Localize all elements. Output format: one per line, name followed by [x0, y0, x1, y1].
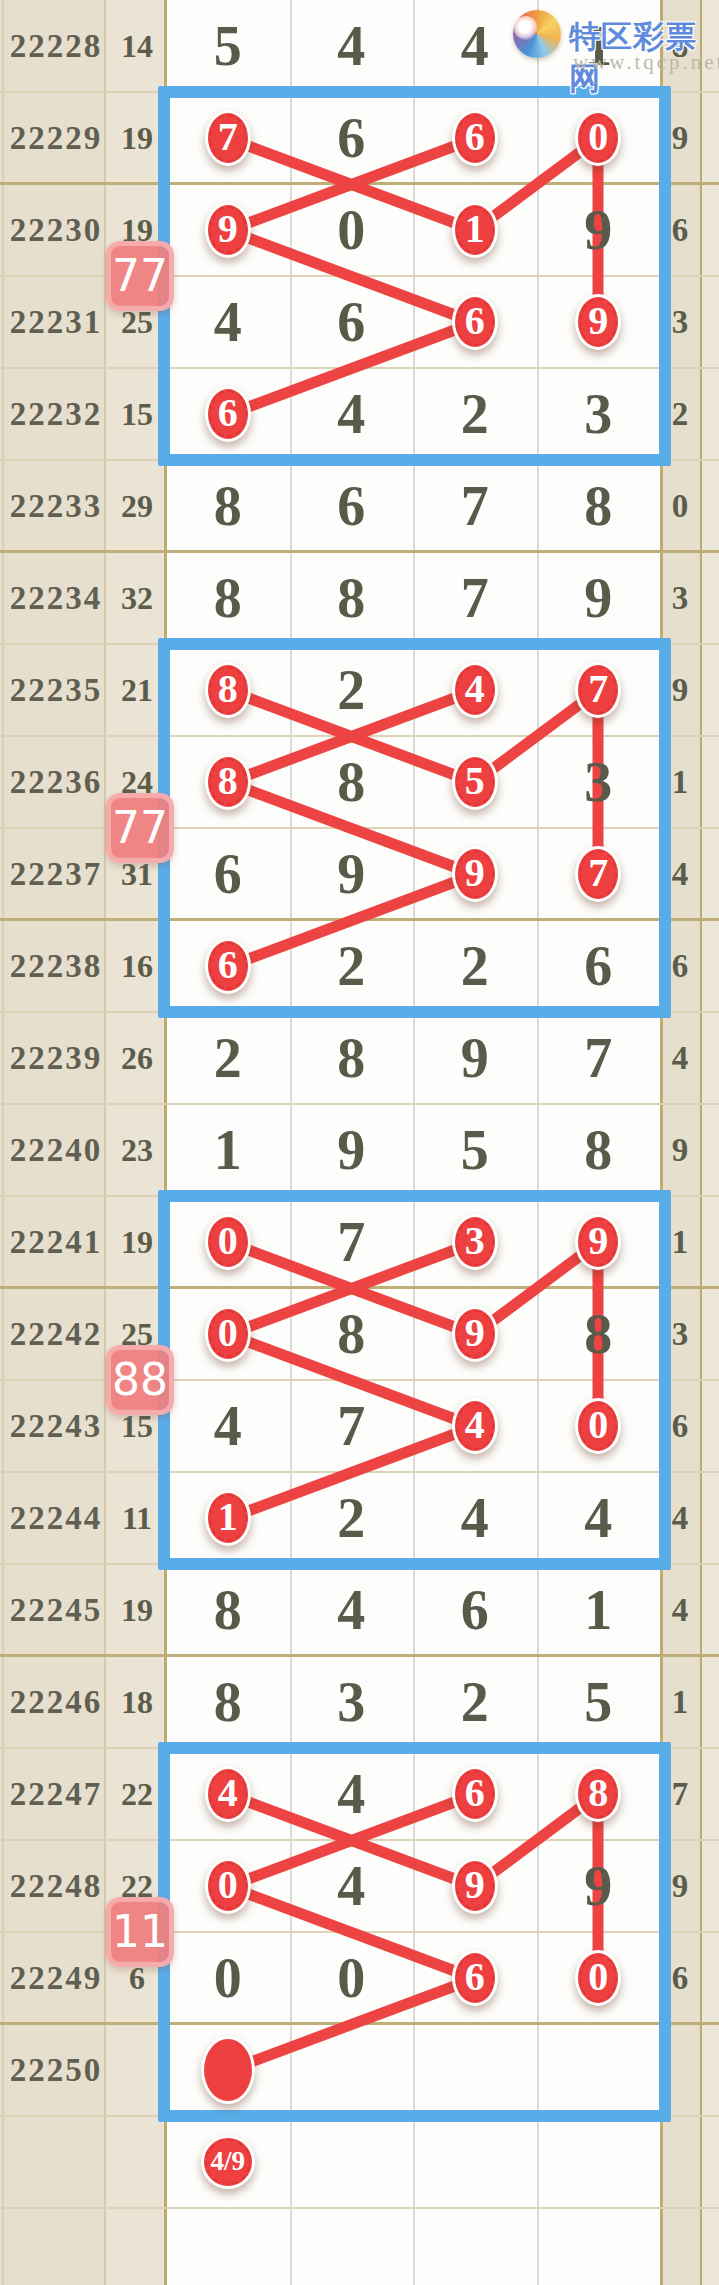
pair-badge-1: 77: [106, 241, 174, 311]
pair-badge-2: 77: [106, 793, 174, 863]
circled-digit: 0: [218, 1865, 238, 1905]
period-label: 22240: [10, 1134, 103, 1167]
drawn-number-circle: 0: [205, 1858, 251, 1914]
circled-digit: 0: [588, 1405, 608, 1445]
drawn-number-circle: 0: [205, 1306, 251, 1362]
grid-digit: 4: [584, 1490, 612, 1546]
grid-digit: 8: [337, 1306, 365, 1362]
grid-digit: 6: [584, 938, 612, 994]
circled-digit: 6: [218, 945, 238, 985]
grid-digit: 9: [337, 1122, 365, 1178]
grid-digit: 8: [214, 1674, 242, 1730]
circled-digit: 4: [465, 1405, 485, 1445]
period-label: 22241: [10, 1226, 103, 1259]
period-label: 22232: [10, 398, 103, 431]
grid-digit: 2: [337, 938, 365, 994]
tail-digit: 4: [672, 1502, 689, 1535]
drawn-number-circle: 9: [452, 1306, 498, 1362]
period-label: 22244: [10, 1502, 103, 1535]
grid-digit: 5: [461, 1122, 489, 1178]
period-label: 22243: [10, 1410, 103, 1443]
circled-digit: 9: [465, 1313, 485, 1353]
period-label: 22248: [10, 1870, 103, 1903]
sum-value: 22: [121, 1778, 153, 1810]
grid-digit: 7: [337, 1214, 365, 1270]
drawn-number-circle: 6: [205, 386, 251, 442]
grid-digit: 9: [461, 1030, 489, 1086]
drawn-number-circle: 4: [205, 1766, 251, 1822]
pair-badge-label: 11: [112, 1910, 168, 1954]
sum-value: 29: [121, 490, 153, 522]
sum-value: 32: [121, 582, 153, 614]
site-logo-icon-core: [514, 16, 538, 40]
sum-value: 6: [129, 1962, 145, 1994]
grid-digit: 1: [584, 1582, 612, 1638]
tail-digit: 6: [672, 950, 689, 983]
sum-value: 15: [121, 1410, 153, 1442]
sum-value: 26: [121, 1042, 153, 1074]
drawn-number-circle: 6: [452, 1766, 498, 1822]
circled-digit: 4: [218, 1773, 238, 1813]
sum-value: 23: [121, 1134, 153, 1166]
tail-digit: 9: [672, 1134, 689, 1167]
period-label: 22245: [10, 1594, 103, 1627]
grid-digit: 4: [214, 294, 242, 350]
period-label: 22239: [10, 1042, 103, 1075]
circled-digit: 0: [588, 1957, 608, 1997]
circled-digit: 9: [465, 853, 485, 893]
circled-digit: 1: [218, 1497, 238, 1537]
circled-digit: 6: [465, 117, 485, 157]
drawn-number-circle: 0: [575, 1950, 621, 2006]
sum-value: 19: [121, 1226, 153, 1258]
sum-value: 19: [121, 1594, 153, 1626]
grid-digit: 8: [337, 1030, 365, 1086]
trend-chart: 2222814854412222919976602223019690192223…: [0, 0, 719, 2285]
tail-digit: 4: [672, 1594, 689, 1627]
pair-badge-label: 77: [112, 254, 168, 298]
pair-badge-4: 11: [106, 1897, 174, 1967]
grid-digit: 2: [461, 386, 489, 442]
drawn-number-circle: 8: [205, 662, 251, 718]
sum-value: 31: [121, 858, 153, 890]
circled-digit: 0: [218, 1313, 238, 1353]
circled-digit: 9: [588, 1221, 608, 1261]
drawn-number-circle: 6: [452, 294, 498, 350]
grid-digit: 7: [461, 478, 489, 534]
drawn-number-circle: 6: [205, 938, 251, 994]
circled-digit: 6: [218, 393, 238, 433]
sum-value: 24: [121, 766, 153, 798]
circled-digit: 9: [588, 301, 608, 341]
period-label: 22229: [10, 122, 103, 155]
period-label: 22233: [10, 490, 103, 523]
grid-digit: 5: [214, 18, 242, 74]
drawn-number-circle: 1: [205, 1490, 251, 1546]
circled-digit: 1: [465, 209, 485, 249]
sum-value: 25: [121, 1318, 153, 1350]
grid-digit: 8: [584, 478, 612, 534]
grid-digit: 9: [584, 570, 612, 626]
grid-digit: 7: [584, 1030, 612, 1086]
sum-value: 19: [121, 214, 153, 246]
circled-digit: 7: [218, 117, 238, 157]
grid-digit: 2: [461, 1674, 489, 1730]
grid-digit: 8: [584, 1122, 612, 1178]
grid-digit: 8: [337, 754, 365, 810]
drawn-number-circle: 9: [575, 294, 621, 350]
circled-digit: 8: [218, 761, 238, 801]
grid-digit: 9: [337, 846, 365, 902]
tail-digit: 0: [672, 490, 689, 523]
drawn-number-circle: 9: [575, 1214, 621, 1270]
grid-digit: 5: [584, 1674, 612, 1730]
circled-digit: 4: [465, 669, 485, 709]
grid-digit: 7: [337, 1398, 365, 1454]
right-margin-background: [700, 0, 719, 2285]
grid-digit: 9: [584, 202, 612, 258]
pair-badge-label: 77: [112, 806, 168, 850]
sum-value: 16: [121, 950, 153, 982]
fraction-mark: 4/9: [201, 2135, 255, 2189]
tail-digit: 1: [672, 1686, 689, 1719]
drawn-number-circle: 4: [452, 1398, 498, 1454]
sum-value: 14: [121, 30, 153, 62]
grid-digit: 6: [337, 294, 365, 350]
drawn-number-circle: 0: [575, 110, 621, 166]
grid-digit: 4: [461, 1490, 489, 1546]
grid-digit: 4: [337, 18, 365, 74]
drawn-number-circle: 8: [575, 1766, 621, 1822]
grid-digit: 9: [584, 1858, 612, 1914]
period-label: 22250: [10, 2054, 103, 2087]
tail-digit: 9: [672, 674, 689, 707]
tail-digit: 6: [672, 1410, 689, 1443]
circled-digit: 8: [218, 669, 238, 709]
grid-digit: 8: [214, 1582, 242, 1638]
grid-digit: 4: [214, 1398, 242, 1454]
site-url: www.tqcp.net: [573, 50, 719, 75]
grid-digit: 8: [337, 570, 365, 626]
prediction-solid-circle: [201, 2036, 255, 2104]
grid-digit: 3: [584, 754, 612, 810]
circled-digit: 6: [465, 301, 485, 341]
period-label: 22246: [10, 1686, 103, 1719]
circled-digit: 6: [465, 1957, 485, 1997]
grid-digit: 2: [337, 662, 365, 718]
circled-digit: 9: [218, 209, 238, 249]
circled-digit: 3: [465, 1221, 485, 1261]
circled-digit: 7: [588, 669, 608, 709]
drawn-number-circle: 7: [575, 846, 621, 902]
period-label: 22249: [10, 1962, 103, 1995]
pair-badge-label: 88: [112, 1358, 168, 1402]
grid-digit: 2: [214, 1030, 242, 1086]
grid-digit: 0: [337, 202, 365, 258]
sum-value: 18: [121, 1686, 153, 1718]
sum-value: 11: [122, 1502, 152, 1534]
tail-digit: 3: [672, 306, 689, 339]
grid-digit: 4: [461, 18, 489, 74]
tail-digit: 3: [672, 1318, 689, 1351]
grid-digit: 8: [214, 570, 242, 626]
grid-digit: 3: [584, 386, 612, 442]
site-watermark: 特区彩票网 www.tqcp.net: [503, 6, 719, 76]
circled-digit: 7: [588, 853, 608, 893]
grid-digit: 4: [337, 1858, 365, 1914]
grid-digit: 6: [461, 1582, 489, 1638]
sum-value: 21: [121, 674, 153, 706]
period-label: 22231: [10, 306, 103, 339]
fraction-label: 4/9: [210, 2148, 245, 2175]
drawn-number-circle: 6: [452, 1950, 498, 2006]
drawn-number-circle: 0: [575, 1398, 621, 1454]
tail-digit: 1: [672, 1226, 689, 1259]
grid-digit: 4: [337, 1766, 365, 1822]
drawn-number-circle: 9: [452, 1858, 498, 1914]
tail-digit: 4: [672, 1042, 689, 1075]
period-label: 22230: [10, 214, 103, 247]
drawn-number-circle: 7: [205, 110, 251, 166]
period-label: 22235: [10, 674, 103, 707]
grid-digit: 2: [337, 1490, 365, 1546]
tail-digit: 6: [672, 214, 689, 247]
period-label: 22236: [10, 766, 103, 799]
tail-digit: 6: [672, 1962, 689, 1995]
grid-digit: 4: [337, 386, 365, 442]
drawn-number-circle: 9: [452, 846, 498, 902]
drawn-number-circle: 9: [205, 202, 251, 258]
grid-digit: 8: [214, 478, 242, 534]
period-label: 22247: [10, 1778, 103, 1811]
sum-value: 15: [121, 398, 153, 430]
grid-digit: 1: [214, 1122, 242, 1178]
circled-digit: 0: [218, 1221, 238, 1261]
period-label: 22228: [10, 30, 103, 63]
grid-digit: 0: [214, 1950, 242, 2006]
circled-digit: 9: [465, 1865, 485, 1905]
period-label: 22242: [10, 1318, 103, 1351]
tail-digit: 3: [672, 582, 689, 615]
sum-value: 25: [121, 306, 153, 338]
drawn-number-circle: 7: [575, 662, 621, 718]
grid-digit: 6: [337, 110, 365, 166]
period-label: 22234: [10, 582, 103, 615]
drawn-number-circle: 8: [205, 754, 251, 810]
grid-digit: 4: [337, 1582, 365, 1638]
period-label: 22238: [10, 950, 103, 983]
pair-badge-3: 88: [106, 1345, 174, 1415]
drawn-number-circle: 0: [205, 1214, 251, 1270]
sum-value: 22: [121, 1870, 153, 1902]
circled-digit: 0: [588, 117, 608, 157]
period-label: 22237: [10, 858, 103, 891]
circled-digit: 6: [465, 1773, 485, 1813]
grid-digit: 6: [214, 846, 242, 902]
drawn-number-circle: 3: [452, 1214, 498, 1270]
grid-digit: 7: [461, 570, 489, 626]
grid-digit: 6: [337, 478, 365, 534]
drawn-number-circle: 5: [452, 754, 498, 810]
grid-digit: 0: [337, 1950, 365, 2006]
tail-digit: 9: [672, 122, 689, 155]
tail-digit: 9: [672, 1870, 689, 1903]
tail-digit: 4: [672, 858, 689, 891]
grid-digit: 8: [584, 1306, 612, 1362]
tail-digit: 7: [672, 1778, 689, 1811]
grid-digit: 2: [461, 938, 489, 994]
tail-digit: 1: [672, 766, 689, 799]
circled-digit: 5: [465, 761, 485, 801]
circled-digit: 8: [588, 1773, 608, 1813]
drawn-number-circle: 4: [452, 662, 498, 718]
grid-digit: 3: [337, 1674, 365, 1730]
tail-digit: 2: [672, 398, 689, 431]
sum-value: 19: [121, 122, 153, 154]
drawn-number-circle: 1: [452, 202, 498, 258]
drawn-number-circle: 6: [452, 110, 498, 166]
column-rule-0: [2, 0, 4, 2285]
